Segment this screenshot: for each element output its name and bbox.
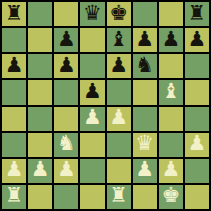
square-d2[interactable] [80,159,104,183]
square-f1[interactable] [133,185,157,209]
piece-black-pawn[interactable]: ♟ [57,55,76,76]
square-g5[interactable]: ♝ [159,80,183,104]
square-a7[interactable] [2,28,26,52]
piece-black-pawn[interactable]: ♟ [188,29,207,50]
square-b5[interactable] [28,80,52,104]
piece-white-pawn[interactable]: ♟ [188,133,207,154]
square-c3[interactable]: ♞ [54,133,78,157]
square-h5[interactable] [185,80,209,104]
square-a5[interactable] [2,80,26,104]
square-a6[interactable]: ♟ [2,54,26,78]
square-b8[interactable] [28,2,52,26]
square-e1[interactable]: ♜ [107,185,131,209]
square-c6[interactable]: ♟ [54,54,78,78]
square-h2[interactable] [185,159,209,183]
piece-black-pawn[interactable]: ♟ [135,29,154,50]
piece-black-pawn[interactable]: ♟ [161,29,180,50]
square-a3[interactable] [2,133,26,157]
square-e2[interactable] [107,159,131,183]
piece-white-pawn[interactable]: ♟ [109,107,128,128]
square-b3[interactable] [28,133,52,157]
square-c2[interactable]: ♟ [54,159,78,183]
square-d8[interactable]: ♛ [80,2,104,26]
piece-black-bishop[interactable]: ♝ [109,29,128,50]
square-b4[interactable] [28,107,52,131]
square-c1[interactable] [54,185,78,209]
square-d6[interactable] [80,54,104,78]
square-c7[interactable]: ♟ [54,28,78,52]
piece-white-pawn[interactable]: ♟ [5,159,24,180]
piece-white-pawn[interactable]: ♟ [31,159,50,180]
square-c5[interactable] [54,80,78,104]
square-h7[interactable]: ♟ [185,28,209,52]
piece-black-rook[interactable]: ♜ [5,3,24,24]
square-g4[interactable] [159,107,183,131]
square-h6[interactable] [185,54,209,78]
piece-white-rook[interactable]: ♜ [109,185,128,206]
piece-white-king[interactable]: ♚ [161,185,180,206]
piece-white-rook[interactable]: ♜ [5,185,24,206]
square-f7[interactable]: ♟ [133,28,157,52]
square-a1[interactable]: ♜ [2,185,26,209]
square-f6[interactable]: ♞ [133,54,157,78]
square-c8[interactable] [54,2,78,26]
square-f4[interactable] [133,107,157,131]
square-e5[interactable] [107,80,131,104]
square-c4[interactable] [54,107,78,131]
square-d4[interactable]: ♟ [80,107,104,131]
square-f8[interactable] [133,2,157,26]
piece-white-knight[interactable]: ♞ [57,133,76,154]
square-h1[interactable] [185,185,209,209]
square-h3[interactable]: ♟ [185,133,209,157]
square-e4[interactable]: ♟ [107,107,131,131]
square-h4[interactable] [185,107,209,131]
square-e7[interactable]: ♝ [107,28,131,52]
piece-white-pawn[interactable]: ♟ [135,159,154,180]
piece-black-knight[interactable]: ♞ [135,55,154,76]
square-e8[interactable]: ♚ [107,2,131,26]
square-f3[interactable]: ♛ [133,133,157,157]
square-a8[interactable]: ♜ [2,2,26,26]
piece-black-pawn[interactable]: ♟ [83,81,102,102]
piece-black-rook[interactable]: ♜ [188,3,207,24]
piece-black-king[interactable]: ♚ [109,3,128,24]
square-d7[interactable] [80,28,104,52]
square-e6[interactable]: ♟ [107,54,131,78]
piece-white-pawn[interactable]: ♟ [57,159,76,180]
square-g1[interactable]: ♚ [159,185,183,209]
piece-black-pawn[interactable]: ♟ [109,55,128,76]
square-g2[interactable]: ♟ [159,159,183,183]
square-g7[interactable]: ♟ [159,28,183,52]
square-a4[interactable] [2,107,26,131]
square-g3[interactable] [159,133,183,157]
piece-white-pawn[interactable]: ♟ [83,107,102,128]
square-d3[interactable] [80,133,104,157]
square-b2[interactable]: ♟ [28,159,52,183]
square-f2[interactable]: ♟ [133,159,157,183]
piece-white-pawn[interactable]: ♟ [161,159,180,180]
square-f5[interactable] [133,80,157,104]
chess-board: ♜♛♚♜♟♝♟♟♟♟♟♟♞♟♝♟♟♞♛♟♟♟♟♟♟♜♜♚ [0,0,211,211]
square-h8[interactable]: ♜ [185,2,209,26]
square-d5[interactable]: ♟ [80,80,104,104]
square-g8[interactable] [159,2,183,26]
piece-black-queen[interactable]: ♛ [83,3,102,24]
piece-black-pawn[interactable]: ♟ [5,55,24,76]
piece-white-bishop[interactable]: ♝ [161,81,180,102]
square-d1[interactable] [80,185,104,209]
square-b6[interactable] [28,54,52,78]
square-e3[interactable] [107,133,131,157]
square-a2[interactable]: ♟ [2,159,26,183]
square-b7[interactable] [28,28,52,52]
piece-white-queen[interactable]: ♛ [135,133,154,154]
square-b1[interactable] [28,185,52,209]
square-g6[interactable] [159,54,183,78]
piece-black-pawn[interactable]: ♟ [57,29,76,50]
